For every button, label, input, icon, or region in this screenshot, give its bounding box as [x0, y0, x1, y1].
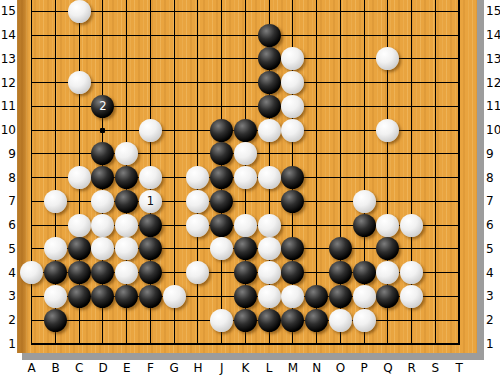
intersection-K14[interactable]	[234, 23, 258, 47]
intersection-E9[interactable]	[115, 142, 139, 166]
intersection-D10[interactable]	[91, 118, 115, 142]
intersection-O15[interactable]	[329, 0, 353, 23]
intersection-E3[interactable]	[115, 284, 139, 308]
intersection-J9[interactable]	[210, 142, 234, 166]
intersection-S13[interactable]	[424, 47, 448, 71]
intersection-R3[interactable]	[400, 284, 424, 308]
intersection-O8[interactable]	[329, 166, 353, 190]
intersection-T10[interactable]	[447, 118, 471, 142]
intersection-P3[interactable]	[352, 284, 376, 308]
intersection-B9[interactable]	[44, 142, 68, 166]
intersection-D12[interactable]	[91, 71, 115, 95]
intersection-G15[interactable]	[162, 0, 186, 23]
intersection-N14[interactable]	[305, 23, 329, 47]
intersection-N3[interactable]	[305, 284, 329, 308]
intersection-S11[interactable]	[424, 94, 448, 118]
intersection-K8[interactable]	[234, 166, 258, 190]
intersection-C15[interactable]	[67, 0, 91, 23]
intersection-A4[interactable]	[20, 261, 44, 285]
row-label-left-3: 3	[0, 289, 16, 303]
intersection-R11[interactable]	[400, 94, 424, 118]
intersection-K7[interactable]	[234, 189, 258, 213]
intersection-T1[interactable]	[447, 332, 471, 353]
intersection-N5[interactable]	[305, 237, 329, 261]
intersection-A10[interactable]	[20, 118, 44, 142]
intersection-G11[interactable]	[162, 94, 186, 118]
intersection-R8[interactable]	[400, 166, 424, 190]
intersection-S8[interactable]	[424, 166, 448, 190]
intersection-C13[interactable]	[67, 47, 91, 71]
intersection-D1[interactable]	[91, 332, 115, 353]
intersection-J12[interactable]	[210, 71, 234, 95]
intersection-S1[interactable]	[424, 332, 448, 353]
intersection-K2[interactable]	[234, 308, 258, 332]
intersection-B12[interactable]	[44, 71, 68, 95]
intersection-R4[interactable]	[400, 261, 424, 285]
white-stone-D5	[91, 237, 114, 260]
intersection-K12[interactable]	[234, 71, 258, 95]
intersection-G3[interactable]	[162, 284, 186, 308]
intersection-P13[interactable]	[352, 47, 376, 71]
intersection-F6[interactable]	[139, 213, 163, 237]
intersection-F10[interactable]	[139, 118, 163, 142]
intersection-Q14[interactable]	[376, 23, 400, 47]
intersection-D11[interactable]: 2	[91, 94, 115, 118]
intersection-F2[interactable]	[139, 308, 163, 332]
intersection-O13[interactable]	[329, 47, 353, 71]
intersection-L11[interactable]	[257, 94, 281, 118]
intersection-B14[interactable]	[44, 23, 68, 47]
intersection-N2[interactable]	[305, 308, 329, 332]
intersection-A15[interactable]	[20, 0, 44, 23]
intersection-N7[interactable]	[305, 189, 329, 213]
intersection-N15[interactable]	[305, 0, 329, 23]
intersection-Q6[interactable]	[376, 213, 400, 237]
intersection-H4[interactable]	[186, 261, 210, 285]
intersection-T4[interactable]	[447, 261, 471, 285]
intersection-O1[interactable]	[329, 332, 353, 353]
intersection-K10[interactable]	[234, 118, 258, 142]
intersection-P4[interactable]	[352, 261, 376, 285]
intersection-L15[interactable]	[257, 0, 281, 23]
intersection-C7[interactable]	[67, 189, 91, 213]
intersection-C11[interactable]	[67, 94, 91, 118]
intersection-Q11[interactable]	[376, 94, 400, 118]
intersection-M9[interactable]	[281, 142, 305, 166]
intersection-H8[interactable]	[186, 166, 210, 190]
intersection-Q9[interactable]	[376, 142, 400, 166]
intersection-K3[interactable]	[234, 284, 258, 308]
intersection-M14[interactable]	[281, 23, 305, 47]
intersection-M3[interactable]	[281, 284, 305, 308]
intersection-S9[interactable]	[424, 142, 448, 166]
intersection-M8[interactable]	[281, 166, 305, 190]
intersection-N12[interactable]	[305, 71, 329, 95]
intersection-L12[interactable]	[257, 71, 281, 95]
intersection-N4[interactable]	[305, 261, 329, 285]
intersection-F5[interactable]	[139, 237, 163, 261]
black-stone-K2	[234, 309, 257, 332]
intersection-E11[interactable]	[115, 94, 139, 118]
intersection-A12[interactable]	[20, 71, 44, 95]
intersection-F4[interactable]	[139, 261, 163, 285]
intersection-P2[interactable]	[352, 308, 376, 332]
intersection-S10[interactable]	[424, 118, 448, 142]
intersection-M7[interactable]	[281, 189, 305, 213]
intersection-T8[interactable]	[447, 166, 471, 190]
black-stone-M2	[281, 309, 304, 332]
intersection-H11[interactable]	[186, 94, 210, 118]
intersection-R15[interactable]	[400, 0, 424, 23]
intersection-G5[interactable]	[162, 237, 186, 261]
intersection-Q2[interactable]	[376, 308, 400, 332]
intersection-C12[interactable]	[67, 71, 91, 95]
intersection-A9[interactable]	[20, 142, 44, 166]
intersection-A11[interactable]	[20, 94, 44, 118]
intersection-G6[interactable]	[162, 213, 186, 237]
intersection-G2[interactable]	[162, 308, 186, 332]
intersection-S4[interactable]	[424, 261, 448, 285]
intersection-K9[interactable]	[234, 142, 258, 166]
intersection-E6[interactable]	[115, 213, 139, 237]
intersection-H10[interactable]	[186, 118, 210, 142]
intersection-O3[interactable]	[329, 284, 353, 308]
intersection-A8[interactable]	[20, 166, 44, 190]
intersection-T7[interactable]	[447, 189, 471, 213]
intersection-L8[interactable]	[257, 166, 281, 190]
intersection-T13[interactable]	[447, 47, 471, 71]
intersection-C10[interactable]	[67, 118, 91, 142]
intersection-R10[interactable]	[400, 118, 424, 142]
intersection-O10[interactable]	[329, 118, 353, 142]
intersection-P9[interactable]	[352, 142, 376, 166]
intersection-N8[interactable]	[305, 166, 329, 190]
intersection-N6[interactable]	[305, 213, 329, 237]
intersection-S12[interactable]	[424, 71, 448, 95]
intersection-K11[interactable]	[234, 94, 258, 118]
intersection-J14[interactable]	[210, 23, 234, 47]
white-stone-P3	[353, 285, 376, 308]
intersection-B13[interactable]	[44, 47, 68, 71]
intersection-T3[interactable]	[447, 284, 471, 308]
intersection-M15[interactable]	[281, 0, 305, 23]
intersection-E2[interactable]	[115, 308, 139, 332]
intersection-F7[interactable]: 1	[139, 189, 163, 213]
intersection-D13[interactable]	[91, 47, 115, 71]
intersection-B7[interactable]	[44, 189, 68, 213]
intersection-H6[interactable]	[186, 213, 210, 237]
intersection-H12[interactable]	[186, 71, 210, 95]
intersection-J15[interactable]	[210, 0, 234, 23]
intersection-J4[interactable]	[210, 261, 234, 285]
intersection-K5[interactable]	[234, 237, 258, 261]
intersection-C8[interactable]	[67, 166, 91, 190]
intersection-S5[interactable]	[424, 237, 448, 261]
intersection-A3[interactable]	[20, 284, 44, 308]
intersection-A7[interactable]	[20, 189, 44, 213]
intersection-G14[interactable]	[162, 23, 186, 47]
intersection-K1[interactable]	[234, 332, 258, 353]
black-stone-D3	[91, 285, 114, 308]
intersection-E8[interactable]	[115, 166, 139, 190]
intersection-J10[interactable]	[210, 118, 234, 142]
intersection-A1[interactable]	[20, 332, 44, 353]
intersection-J8[interactable]	[210, 166, 234, 190]
intersection-A14[interactable]	[20, 23, 44, 47]
intersection-T11[interactable]	[447, 94, 471, 118]
intersection-K4[interactable]	[234, 261, 258, 285]
intersection-D9[interactable]	[91, 142, 115, 166]
intersection-P12[interactable]	[352, 71, 376, 95]
intersection-S2[interactable]	[424, 308, 448, 332]
white-stone-P2	[353, 309, 376, 332]
intersection-J2[interactable]	[210, 308, 234, 332]
intersection-M10[interactable]	[281, 118, 305, 142]
intersection-J7[interactable]	[210, 189, 234, 213]
intersection-D14[interactable]	[91, 23, 115, 47]
intersection-D6[interactable]	[91, 213, 115, 237]
intersection-P8[interactable]	[352, 166, 376, 190]
intersection-E10[interactable]	[115, 118, 139, 142]
intersection-P10[interactable]	[352, 118, 376, 142]
intersection-C1[interactable]	[67, 332, 91, 353]
intersection-J13[interactable]	[210, 47, 234, 71]
intersection-O11[interactable]	[329, 94, 353, 118]
intersection-B5[interactable]	[44, 237, 68, 261]
intersection-M13[interactable]	[281, 47, 305, 71]
row-label-left-4: 4	[0, 266, 16, 280]
intersection-P1[interactable]	[352, 332, 376, 353]
intersection-G13[interactable]	[162, 47, 186, 71]
intersection-E4[interactable]	[115, 261, 139, 285]
intersection-C4[interactable]	[67, 261, 91, 285]
intersection-H3[interactable]	[186, 284, 210, 308]
intersection-T6[interactable]	[447, 213, 471, 237]
intersection-P11[interactable]	[352, 94, 376, 118]
intersection-B11[interactable]	[44, 94, 68, 118]
intersection-Q1[interactable]	[376, 332, 400, 353]
intersection-R13[interactable]	[400, 47, 424, 71]
row-label-right-11: 11	[486, 99, 500, 113]
intersection-J1[interactable]	[210, 332, 234, 353]
intersection-E14[interactable]	[115, 23, 139, 47]
intersection-F11[interactable]	[139, 94, 163, 118]
intersection-J6[interactable]	[210, 213, 234, 237]
intersection-P14[interactable]	[352, 23, 376, 47]
intersection-F12[interactable]	[139, 71, 163, 95]
intersection-B2[interactable]	[44, 308, 68, 332]
intersection-B10[interactable]	[44, 118, 68, 142]
intersection-C2[interactable]	[67, 308, 91, 332]
intersection-Q4[interactable]	[376, 261, 400, 285]
intersection-T14[interactable]	[447, 23, 471, 47]
intersection-H5[interactable]	[186, 237, 210, 261]
intersection-L4[interactable]	[257, 261, 281, 285]
intersection-M11[interactable]	[281, 94, 305, 118]
intersection-O2[interactable]	[329, 308, 353, 332]
intersection-F3[interactable]	[139, 284, 163, 308]
intersection-F9[interactable]	[139, 142, 163, 166]
intersection-T15[interactable]	[447, 0, 471, 23]
intersection-B8[interactable]	[44, 166, 68, 190]
intersection-E12[interactable]	[115, 71, 139, 95]
intersection-J5[interactable]	[210, 237, 234, 261]
intersection-C9[interactable]	[67, 142, 91, 166]
intersection-R14[interactable]	[400, 23, 424, 47]
intersection-D4[interactable]	[91, 261, 115, 285]
intersection-N11[interactable]	[305, 94, 329, 118]
intersection-O7[interactable]	[329, 189, 353, 213]
intersection-H7[interactable]	[186, 189, 210, 213]
intersection-Q15[interactable]	[376, 0, 400, 23]
intersection-G8[interactable]	[162, 166, 186, 190]
intersection-G1[interactable]	[162, 332, 186, 353]
white-stone-E5	[115, 237, 138, 260]
intersection-O14[interactable]	[329, 23, 353, 47]
intersection-K6[interactable]	[234, 213, 258, 237]
intersection-Q10[interactable]	[376, 118, 400, 142]
row-label-left-2: 2	[0, 313, 16, 327]
intersection-D8[interactable]	[91, 166, 115, 190]
intersection-L1[interactable]	[257, 332, 281, 353]
intersection-H2[interactable]	[186, 308, 210, 332]
intersection-D2[interactable]	[91, 308, 115, 332]
intersection-Q7[interactable]	[376, 189, 400, 213]
intersection-G10[interactable]	[162, 118, 186, 142]
intersection-N13[interactable]	[305, 47, 329, 71]
intersection-S3[interactable]	[424, 284, 448, 308]
intersection-H1[interactable]	[186, 332, 210, 353]
intersection-K15[interactable]	[234, 0, 258, 23]
intersection-E15[interactable]	[115, 0, 139, 23]
intersection-N10[interactable]	[305, 118, 329, 142]
intersection-M2[interactable]	[281, 308, 305, 332]
intersection-O6[interactable]	[329, 213, 353, 237]
intersection-R1[interactable]	[400, 332, 424, 353]
intersection-F15[interactable]	[139, 0, 163, 23]
intersection-L9[interactable]	[257, 142, 281, 166]
intersection-D3[interactable]	[91, 284, 115, 308]
intersection-L7[interactable]	[257, 189, 281, 213]
intersection-J3[interactable]	[210, 284, 234, 308]
intersection-S6[interactable]	[424, 213, 448, 237]
intersection-P15[interactable]	[352, 0, 376, 23]
white-stone-J2	[210, 309, 233, 332]
intersection-N1[interactable]	[305, 332, 329, 353]
intersection-G9[interactable]	[162, 142, 186, 166]
intersection-B6[interactable]	[44, 213, 68, 237]
intersection-P6[interactable]	[352, 213, 376, 237]
intersection-T2[interactable]	[447, 308, 471, 332]
intersection-G4[interactable]	[162, 261, 186, 285]
intersection-O5[interactable]	[329, 237, 353, 261]
intersection-Q12[interactable]	[376, 71, 400, 95]
intersection-C6[interactable]	[67, 213, 91, 237]
intersection-L14[interactable]	[257, 23, 281, 47]
intersection-G12[interactable]	[162, 71, 186, 95]
intersection-T12[interactable]	[447, 71, 471, 95]
intersection-L13[interactable]	[257, 47, 281, 71]
intersection-H13[interactable]	[186, 47, 210, 71]
intersection-B1[interactable]	[44, 332, 68, 353]
intersection-D5[interactable]	[91, 237, 115, 261]
intersection-R12[interactable]	[400, 71, 424, 95]
intersection-H15[interactable]	[186, 0, 210, 23]
intersection-M12[interactable]	[281, 71, 305, 95]
intersection-C3[interactable]	[67, 284, 91, 308]
intersection-F8[interactable]	[139, 166, 163, 190]
intersection-B15[interactable]	[44, 0, 68, 23]
intersection-A5[interactable]	[20, 237, 44, 261]
intersection-M1[interactable]	[281, 332, 305, 353]
col-label-C: C	[75, 361, 83, 375]
intersection-C14[interactable]	[67, 23, 91, 47]
intersection-E13[interactable]	[115, 47, 139, 71]
intersection-A6[interactable]	[20, 213, 44, 237]
intersection-K13[interactable]	[234, 47, 258, 71]
intersection-B3[interactable]	[44, 284, 68, 308]
intersection-R2[interactable]	[400, 308, 424, 332]
intersection-T5[interactable]	[447, 237, 471, 261]
intersection-M4[interactable]	[281, 261, 305, 285]
intersection-R7[interactable]	[400, 189, 424, 213]
intersection-O12[interactable]	[329, 71, 353, 95]
intersection-F14[interactable]	[139, 23, 163, 47]
intersection-J11[interactable]	[210, 94, 234, 118]
intersection-A13[interactable]	[20, 47, 44, 71]
intersection-Q3[interactable]	[376, 284, 400, 308]
intersection-S15[interactable]	[424, 0, 448, 23]
intersection-R5[interactable]	[400, 237, 424, 261]
intersection-E5[interactable]	[115, 237, 139, 261]
intersection-P7[interactable]	[352, 189, 376, 213]
intersection-T9[interactable]	[447, 142, 471, 166]
intersection-S7[interactable]	[424, 189, 448, 213]
intersection-D15[interactable]	[91, 0, 115, 23]
white-stone-M12	[281, 71, 304, 94]
intersection-F13[interactable]	[139, 47, 163, 71]
intersection-L2[interactable]	[257, 308, 281, 332]
intersection-Q5[interactable]	[376, 237, 400, 261]
intersection-S14[interactable]	[424, 23, 448, 47]
intersection-L6[interactable]	[257, 213, 281, 237]
intersection-L5[interactable]	[257, 237, 281, 261]
intersection-E1[interactable]	[115, 332, 139, 353]
intersection-R6[interactable]	[400, 213, 424, 237]
black-stone-F4	[139, 261, 162, 284]
intersection-O9[interactable]	[329, 142, 353, 166]
intersection-F1[interactable]	[139, 332, 163, 353]
intersection-M6[interactable]	[281, 213, 305, 237]
intersection-A2[interactable]	[20, 308, 44, 332]
intersection-Q13[interactable]	[376, 47, 400, 71]
intersection-L3[interactable]	[257, 284, 281, 308]
intersection-D7[interactable]	[91, 189, 115, 213]
intersection-H14[interactable]	[186, 23, 210, 47]
intersection-R9[interactable]	[400, 142, 424, 166]
intersection-H9[interactable]	[186, 142, 210, 166]
intersection-Q8[interactable]	[376, 166, 400, 190]
intersection-B4[interactable]	[44, 261, 68, 285]
intersection-N9[interactable]	[305, 142, 329, 166]
intersection-P5[interactable]	[352, 237, 376, 261]
intersection-L10[interactable]	[257, 118, 281, 142]
intersection-E7[interactable]	[115, 189, 139, 213]
intersection-G7[interactable]	[162, 189, 186, 213]
intersection-O4[interactable]	[329, 261, 353, 285]
intersection-M5[interactable]	[281, 237, 305, 261]
intersection-C5[interactable]	[67, 237, 91, 261]
